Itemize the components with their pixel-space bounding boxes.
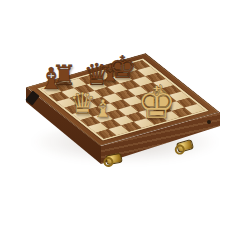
- latch-pin-icon: [207, 120, 211, 124]
- chess-set-photo: ♝♜♛♝♚♛♝♞♚: [0, 0, 240, 240]
